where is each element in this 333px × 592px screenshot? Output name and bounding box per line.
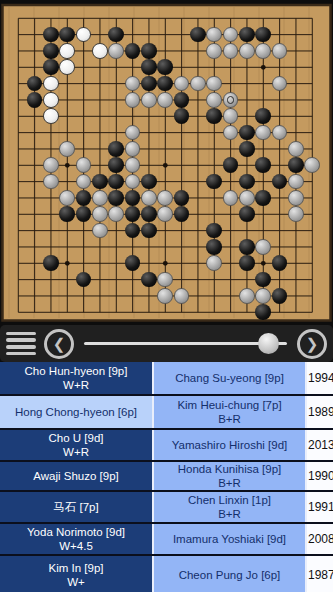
white-player-cell-text: Cho Hun-hyeon [9p] xyxy=(25,364,128,378)
stone-white-shaded xyxy=(125,92,141,108)
stone-white-shaded xyxy=(59,141,75,157)
last-move-circle-marker xyxy=(227,96,235,104)
white-player-cell-text: Kim In [9p] xyxy=(49,561,104,575)
game-list-table: Cho Hun-hyeon [9p]W+RChang Su-yeong [9p]… xyxy=(0,362,333,592)
stone-white-shaded xyxy=(157,92,173,108)
result-text: W+ xyxy=(67,575,85,589)
stone-black xyxy=(76,190,92,206)
black-player-cell-text: Yamashiro Hiroshi [9d] xyxy=(172,438,287,452)
stone-black xyxy=(27,92,43,108)
stone-white-shaded xyxy=(288,141,304,157)
black-player-cell: Chen Linxin [1p]B+R xyxy=(152,492,305,522)
stone-black xyxy=(239,206,255,222)
year-cell: 1989 xyxy=(305,396,333,428)
slider-track[interactable] xyxy=(84,342,287,345)
result-text: B+R xyxy=(218,507,241,521)
stone-white-shaded xyxy=(272,43,288,59)
stone-black xyxy=(43,27,59,43)
stone-black xyxy=(174,190,190,206)
stone-black xyxy=(174,92,190,108)
stone-black xyxy=(141,76,157,92)
white-player-cell-text: 马石 [7p] xyxy=(53,500,98,514)
stone-white-shaded xyxy=(223,43,239,59)
black-player-cell: Kim Heui-chung [7p]B+R xyxy=(152,396,305,428)
stone-black xyxy=(108,190,124,206)
year-cell: 2008 xyxy=(305,524,333,554)
stone-white-shaded xyxy=(157,190,173,206)
stone-black xyxy=(125,190,141,206)
stone-black xyxy=(141,223,157,239)
stone-black xyxy=(141,174,157,190)
stone-black xyxy=(141,43,157,59)
result-text: B+R xyxy=(218,412,241,426)
stone-black xyxy=(239,239,255,255)
stone-black xyxy=(43,255,59,271)
stone-black xyxy=(125,43,141,59)
stone-white xyxy=(43,92,59,108)
game-row[interactable]: Kim In [9p]W+Cheon Pung Jo [6p]1987 xyxy=(0,556,333,592)
stone-black xyxy=(206,239,222,255)
black-player-cell-text: Chen Linxin [1p] xyxy=(188,493,271,507)
stone-white xyxy=(92,43,108,59)
move-slider[interactable] xyxy=(82,329,289,359)
white-player-cell-text: Yoda Norimoto [9d] xyxy=(27,525,125,539)
stone-black xyxy=(43,59,59,75)
black-player-cell-text: Cheon Pung Jo [6p] xyxy=(179,568,281,582)
stone-black xyxy=(288,157,304,173)
stone-black xyxy=(43,43,59,59)
stone-white-shaded xyxy=(206,92,222,108)
black-player-cell: Imamura Yoshiaki [9d] xyxy=(152,524,305,554)
stone-white-shaded xyxy=(141,190,157,206)
stone-white xyxy=(43,108,59,124)
stone-black xyxy=(92,174,108,190)
year-cell-text: 1991 xyxy=(308,500,333,514)
stone-black xyxy=(255,190,271,206)
app-window: ❮ ❯ Cho Hun-hyeon [9p]W+RChang Su-yeong … xyxy=(0,0,333,592)
stone-black xyxy=(108,141,124,157)
result-text: W+R xyxy=(63,378,89,392)
black-player-cell-text: Honda Kunihisa [9p] xyxy=(178,462,282,476)
previous-move-button[interactable]: ❮ xyxy=(44,329,74,359)
white-player-cell: Hong Chong-hyeon [6p] xyxy=(0,396,152,428)
stone-white-shaded xyxy=(288,174,304,190)
go-board[interactable] xyxy=(0,0,333,324)
playback-control-bar: ❮ ❯ xyxy=(0,325,333,362)
stone-white-shaded xyxy=(174,288,190,304)
stone-white-shaded xyxy=(239,288,255,304)
stone-white-shaded xyxy=(59,190,75,206)
year-cell-text: 1989 xyxy=(308,405,333,419)
year-cell: 1991 xyxy=(305,492,333,522)
black-player-cell: Honda Kunihisa [9p]B+R xyxy=(152,462,305,490)
stone-white-shaded xyxy=(223,190,239,206)
stone-black xyxy=(272,288,288,304)
game-row[interactable]: Cho U [9d]W+RYamashiro Hiroshi [9d]2013 xyxy=(0,430,333,462)
white-player-cell: 马石 [7p] xyxy=(0,492,152,522)
white-player-cell-text: Awaji Shuzo [9p] xyxy=(33,469,118,483)
white-player-cell: Cho Hun-hyeon [9p]W+R xyxy=(0,362,152,394)
result-text: B+R xyxy=(218,476,241,490)
white-player-cell: Cho U [9d]W+R xyxy=(0,430,152,460)
stone-white-shaded xyxy=(239,43,255,59)
stone-white-shaded xyxy=(190,76,206,92)
stone-black xyxy=(141,206,157,222)
stone-black xyxy=(141,272,157,288)
stone-white-shaded xyxy=(255,43,271,59)
stone-white-shaded xyxy=(92,190,108,206)
black-player-cell-text: Imamura Yoshiaki [9d] xyxy=(173,532,286,546)
result-text: W+4.5 xyxy=(59,539,93,553)
year-cell-text: 2013 xyxy=(308,438,333,452)
stone-white-shaded xyxy=(288,206,304,222)
game-row[interactable]: Awaji Shuzo [9p]Honda Kunihisa [9p]B+R19… xyxy=(0,462,333,492)
year-cell: 2013 xyxy=(305,430,333,460)
white-player-cell-text: Cho U [9d] xyxy=(49,431,104,445)
stone-white-shaded xyxy=(108,43,124,59)
game-row[interactable]: Cho Hun-hyeon [9p]W+RChang Su-yeong [9p]… xyxy=(0,362,333,396)
stone-white-shaded xyxy=(92,223,108,239)
next-move-button[interactable]: ❯ xyxy=(297,329,327,359)
year-cell-text: 1990 xyxy=(308,469,333,483)
black-player-cell: Cheon Pung Jo [6p] xyxy=(152,556,305,592)
white-player-cell: Awaji Shuzo [9p] xyxy=(0,462,152,490)
stone-white-shaded xyxy=(223,92,239,108)
stone-black xyxy=(239,27,255,43)
stone-black xyxy=(239,141,255,157)
black-player-cell-text: Chang Su-yeong [9p] xyxy=(175,371,284,385)
white-player-cell: Yoda Norimoto [9d]W+4.5 xyxy=(0,524,152,554)
game-row[interactable]: Hong Chong-hyeon [6p]Kim Heui-chung [7p]… xyxy=(0,396,333,430)
stone-white-shaded xyxy=(43,157,59,173)
black-player-cell-text: Kim Heui-chung [7p] xyxy=(177,398,281,412)
year-cell: 1990 xyxy=(305,462,333,490)
stone-white xyxy=(59,43,75,59)
stone-black xyxy=(141,59,157,75)
stone-white-shaded xyxy=(206,43,222,59)
stone-black xyxy=(239,125,255,141)
game-row[interactable]: Yoda Norimoto [9d]W+4.5Imamura Yoshiaki … xyxy=(0,524,333,556)
stone-black xyxy=(239,255,255,271)
year-cell: 1994 xyxy=(305,362,333,394)
black-player-cell: Chang Su-yeong [9p] xyxy=(152,362,305,394)
stone-white-shaded xyxy=(255,288,271,304)
year-cell-text: 1994 xyxy=(308,371,333,385)
stone-white-shaded xyxy=(92,206,108,222)
game-row[interactable]: 马石 [7p]Chen Linxin [1p]B+R1991 xyxy=(0,492,333,524)
black-player-cell: Yamashiro Hiroshi [9d] xyxy=(152,430,305,460)
stone-white-shaded xyxy=(288,190,304,206)
stone-white-shaded xyxy=(255,239,271,255)
result-text: W+R xyxy=(63,445,89,459)
stone-white-shaded xyxy=(239,190,255,206)
stone-white-shaded xyxy=(157,288,173,304)
menu-icon[interactable] xyxy=(6,332,36,355)
year-cell-text: 1987 xyxy=(308,568,333,582)
stone-white-shaded xyxy=(125,141,141,157)
stone-black xyxy=(190,27,206,43)
stone-white-shaded xyxy=(43,174,59,190)
white-player-cell-text: Hong Chong-hyeon [6p] xyxy=(15,405,137,419)
stone-white xyxy=(43,76,59,92)
stone-black xyxy=(239,174,255,190)
slider-handle[interactable] xyxy=(258,333,279,354)
white-player-cell: Kim In [9p]W+ xyxy=(0,556,152,592)
stone-white-shaded xyxy=(141,92,157,108)
year-cell-text: 2008 xyxy=(308,532,333,546)
year-cell: 1987 xyxy=(305,556,333,592)
